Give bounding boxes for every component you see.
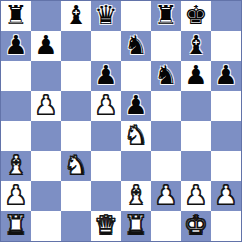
white-knight[interactable]: ♞ [64, 152, 87, 178]
square-d4[interactable] [91, 121, 121, 151]
square-g1[interactable]: ♚ [181, 211, 211, 241]
square-b2[interactable] [31, 181, 61, 211]
square-d7[interactable] [91, 31, 121, 61]
black-rook[interactable]: ♜ [4, 2, 27, 28]
white-rook[interactable]: ♜ [4, 212, 27, 238]
square-b4[interactable] [31, 121, 61, 151]
square-h3[interactable] [211, 151, 241, 181]
square-c4[interactable] [61, 121, 91, 151]
square-f4[interactable] [151, 121, 181, 151]
square-h2[interactable]: ♟ [211, 181, 241, 211]
black-queen[interactable]: ♛ [94, 2, 117, 28]
black-pawn[interactable]: ♟ [124, 92, 147, 118]
square-c8[interactable]: ♝ [61, 1, 91, 31]
square-d8[interactable]: ♛ [91, 1, 121, 31]
square-c6[interactable] [61, 61, 91, 91]
black-knight[interactable]: ♞ [124, 32, 147, 58]
white-bishop[interactable]: ♝ [124, 182, 147, 208]
square-d6[interactable]: ♟ [91, 61, 121, 91]
black-bishop[interactable]: ♝ [64, 2, 87, 28]
square-g5[interactable] [181, 91, 211, 121]
square-a4[interactable] [1, 121, 31, 151]
square-g8[interactable]: ♚ [181, 1, 211, 31]
square-c5[interactable] [61, 91, 91, 121]
square-g3[interactable] [181, 151, 211, 181]
white-king[interactable]: ♚ [184, 212, 207, 238]
square-e1[interactable]: ♜ [121, 211, 151, 241]
square-c7[interactable] [61, 31, 91, 61]
square-e7[interactable]: ♞ [121, 31, 151, 61]
square-e3[interactable] [121, 151, 151, 181]
white-bishop[interactable]: ♝ [4, 152, 27, 178]
square-a2[interactable]: ♟ [1, 181, 31, 211]
chess-board: ♜♝♛♜♚♟♟♞♝♟♞♟♟♟♟♟♞♝♞♟♝♟♟♟♜♛♜♚ [0, 0, 242, 242]
square-d1[interactable]: ♛ [91, 211, 121, 241]
square-f8[interactable]: ♜ [151, 1, 181, 31]
white-pawn[interactable]: ♟ [4, 182, 27, 208]
black-king[interactable]: ♚ [184, 2, 207, 28]
square-b1[interactable] [31, 211, 61, 241]
square-h6[interactable]: ♟ [211, 61, 241, 91]
square-f6[interactable]: ♞ [151, 61, 181, 91]
square-d3[interactable] [91, 151, 121, 181]
square-b8[interactable] [31, 1, 61, 31]
square-a8[interactable]: ♜ [1, 1, 31, 31]
black-pawn[interactable]: ♟ [184, 62, 207, 88]
square-e5[interactable]: ♟ [121, 91, 151, 121]
white-pawn[interactable]: ♟ [154, 182, 177, 208]
square-f7[interactable] [151, 31, 181, 61]
white-pawn[interactable]: ♟ [94, 92, 117, 118]
square-a3[interactable]: ♝ [1, 151, 31, 181]
white-pawn[interactable]: ♟ [184, 182, 207, 208]
square-g7[interactable]: ♝ [181, 31, 211, 61]
square-f3[interactable] [151, 151, 181, 181]
white-knight[interactable]: ♞ [124, 122, 147, 148]
square-b5[interactable]: ♟ [31, 91, 61, 121]
black-pawn[interactable]: ♟ [34, 32, 57, 58]
square-b7[interactable]: ♟ [31, 31, 61, 61]
black-knight[interactable]: ♞ [154, 62, 177, 88]
square-c3[interactable]: ♞ [61, 151, 91, 181]
white-pawn[interactable]: ♟ [214, 182, 237, 208]
square-b3[interactable] [31, 151, 61, 181]
black-pawn[interactable]: ♟ [94, 62, 117, 88]
white-pawn[interactable]: ♟ [34, 92, 57, 118]
square-e2[interactable]: ♝ [121, 181, 151, 211]
square-c2[interactable] [61, 181, 91, 211]
black-pawn[interactable]: ♟ [214, 62, 237, 88]
square-g2[interactable]: ♟ [181, 181, 211, 211]
square-f2[interactable]: ♟ [151, 181, 181, 211]
black-rook[interactable]: ♜ [154, 2, 177, 28]
square-h5[interactable] [211, 91, 241, 121]
square-e6[interactable] [121, 61, 151, 91]
square-e4[interactable]: ♞ [121, 121, 151, 151]
square-b6[interactable] [31, 61, 61, 91]
square-e8[interactable] [121, 1, 151, 31]
square-a6[interactable] [1, 61, 31, 91]
square-h8[interactable] [211, 1, 241, 31]
black-bishop[interactable]: ♝ [184, 32, 207, 58]
square-h1[interactable] [211, 211, 241, 241]
square-h4[interactable] [211, 121, 241, 151]
square-f1[interactable] [151, 211, 181, 241]
square-f5[interactable] [151, 91, 181, 121]
square-d2[interactable] [91, 181, 121, 211]
white-queen[interactable]: ♛ [94, 212, 117, 238]
chess-board-container: ♜♝♛♜♚♟♟♞♝♟♞♟♟♟♟♟♞♝♞♟♝♟♟♟♜♛♜♚ [0, 0, 242, 242]
square-c1[interactable] [61, 211, 91, 241]
square-a1[interactable]: ♜ [1, 211, 31, 241]
square-g4[interactable] [181, 121, 211, 151]
square-a7[interactable]: ♟ [1, 31, 31, 61]
square-g6[interactable]: ♟ [181, 61, 211, 91]
square-h7[interactable] [211, 31, 241, 61]
square-d5[interactable]: ♟ [91, 91, 121, 121]
square-a5[interactable] [1, 91, 31, 121]
white-rook[interactable]: ♜ [124, 212, 147, 238]
black-pawn[interactable]: ♟ [4, 32, 27, 58]
